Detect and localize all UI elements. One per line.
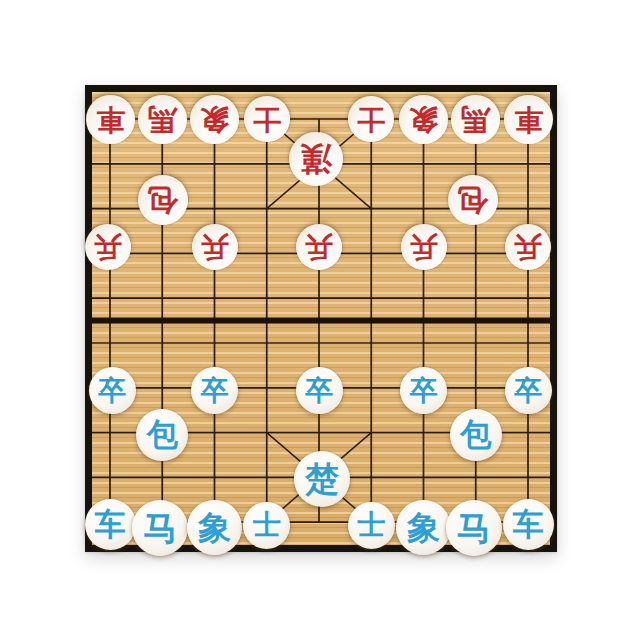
piece-red-advisor[interactable]: 士 [348, 96, 394, 142]
piece-red-advisor[interactable]: 士 [244, 96, 290, 142]
piece-blue-cannon[interactable]: 包 [136, 409, 188, 461]
piece-blue-cannon[interactable]: 包 [450, 409, 502, 461]
piece-red-soldier[interactable]: 兵 [401, 224, 447, 270]
piece-red-cannon[interactable]: 包 [448, 175, 498, 225]
piece-blue-elephant[interactable]: 象 [187, 500, 242, 555]
piece-blue-chariot[interactable]: 车 [85, 499, 136, 550]
piece-blue-horse[interactable]: 马 [132, 500, 188, 556]
piece-red-general[interactable]: 漢 [289, 132, 343, 186]
piece-red-chariot[interactable]: 車 [86, 95, 135, 144]
xiangqi-board: 車馬象士士象馬車漢包包兵兵兵兵兵卒卒卒卒卒包包楚车马象士士象马车 [85, 85, 557, 552]
piece-blue-horse[interactable]: 马 [446, 500, 502, 556]
piece-red-horse[interactable]: 馬 [138, 95, 187, 144]
piece-blue-soldier[interactable]: 卒 [191, 367, 238, 414]
piece-blue-soldier[interactable]: 卒 [296, 367, 343, 414]
piece-blue-soldier[interactable]: 卒 [505, 367, 552, 414]
piece-red-chariot[interactable]: 車 [504, 95, 553, 144]
board-fold-seam [92, 318, 550, 324]
piece-red-cannon[interactable]: 包 [138, 175, 188, 225]
piece-blue-chariot[interactable]: 车 [503, 499, 554, 550]
product-photo-background: 車馬象士士象馬車漢包包兵兵兵兵兵卒卒卒卒卒包包楚车马象士士象马车 [0, 0, 640, 640]
piece-blue-soldier[interactable]: 卒 [89, 367, 136, 414]
piece-red-soldier[interactable]: 兵 [192, 224, 238, 270]
piece-blue-soldier[interactable]: 卒 [400, 367, 447, 414]
piece-red-elephant[interactable]: 象 [399, 95, 448, 144]
piece-red-horse[interactable]: 馬 [451, 95, 500, 144]
piece-blue-advisor[interactable]: 士 [243, 502, 290, 549]
piece-blue-elephant[interactable]: 象 [396, 500, 451, 555]
piece-blue-advisor[interactable]: 士 [348, 502, 395, 549]
piece-red-elephant[interactable]: 象 [190, 95, 239, 144]
piece-blue-general[interactable]: 楚 [294, 451, 350, 507]
